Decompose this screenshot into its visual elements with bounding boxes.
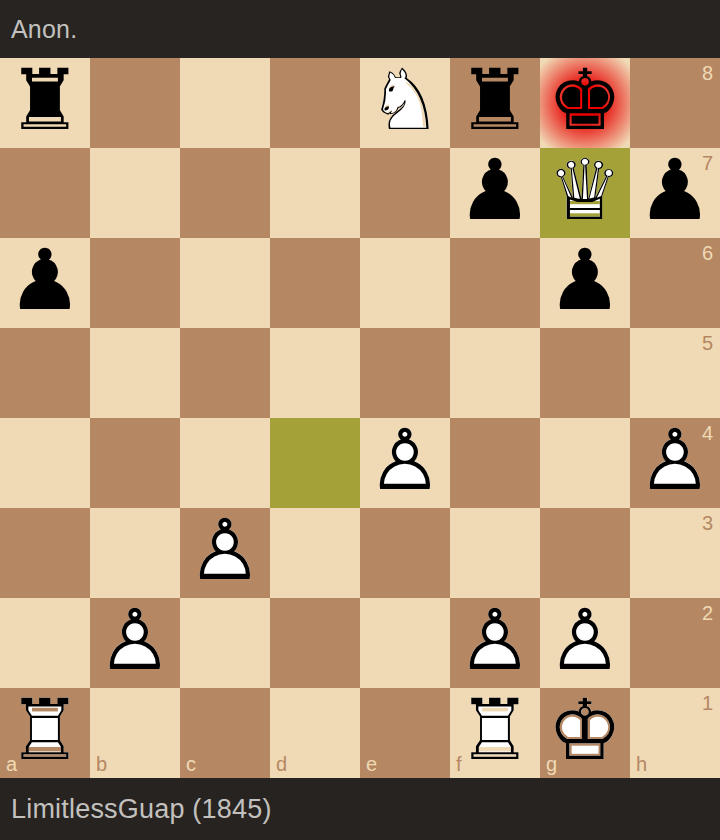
square-f4[interactable]: [450, 418, 540, 508]
square-c8[interactable]: [180, 58, 270, 148]
piece-white-pawn[interactable]: ♟♙: [630, 418, 720, 508]
square-b6[interactable]: [90, 238, 180, 328]
square-b8[interactable]: [90, 58, 180, 148]
chess-board: ♜♞♘♜♚8♟♛♕7♟♟♟65♟♙4♟♙♟♙3♟♙♟♙♟♙2a♜♖bcdef♜♖…: [0, 58, 720, 778]
square-h1[interactable]: 1h: [630, 688, 720, 778]
square-g5[interactable]: [540, 328, 630, 418]
piece-white-king[interactable]: ♚♔: [540, 688, 630, 778]
square-h3[interactable]: 3: [630, 508, 720, 598]
piece-black-rook[interactable]: ♜: [0, 58, 90, 148]
file-label-c: c: [186, 754, 196, 774]
square-f1[interactable]: f♜♖: [450, 688, 540, 778]
rank-label-8: 8: [702, 63, 713, 83]
piece-white-pawn[interactable]: ♟♙: [180, 508, 270, 598]
square-d4[interactable]: [270, 418, 360, 508]
square-e4[interactable]: ♟♙: [360, 418, 450, 508]
square-b1[interactable]: b: [90, 688, 180, 778]
square-h5[interactable]: 5: [630, 328, 720, 418]
square-c1[interactable]: c: [180, 688, 270, 778]
square-c4[interactable]: [180, 418, 270, 508]
square-e3[interactable]: [360, 508, 450, 598]
square-h6[interactable]: 6: [630, 238, 720, 328]
piece-black-king[interactable]: ♚: [540, 58, 630, 148]
square-g6[interactable]: ♟: [540, 238, 630, 328]
bottom-player-bar: LimitlessGuap (1845): [0, 778, 720, 840]
square-a2[interactable]: [0, 598, 90, 688]
square-e6[interactable]: [360, 238, 450, 328]
square-f8[interactable]: ♜: [450, 58, 540, 148]
square-f6[interactable]: [450, 238, 540, 328]
square-g4[interactable]: [540, 418, 630, 508]
square-g8[interactable]: ♚: [540, 58, 630, 148]
bottom-player-name: LimitlessGuap (1845): [11, 794, 272, 825]
square-h2[interactable]: 2: [630, 598, 720, 688]
square-b2[interactable]: ♟♙: [90, 598, 180, 688]
top-player-name: Anon.: [11, 15, 77, 44]
top-player-bar: Anon.: [0, 0, 720, 58]
square-h4[interactable]: 4♟♙: [630, 418, 720, 508]
square-d7[interactable]: [270, 148, 360, 238]
square-g1[interactable]: g♚♔: [540, 688, 630, 778]
square-h7[interactable]: 7♟: [630, 148, 720, 238]
square-c3[interactable]: ♟♙: [180, 508, 270, 598]
square-c5[interactable]: [180, 328, 270, 418]
square-g2[interactable]: ♟♙: [540, 598, 630, 688]
square-f7[interactable]: ♟: [450, 148, 540, 238]
square-a1[interactable]: a♜♖: [0, 688, 90, 778]
square-e5[interactable]: [360, 328, 450, 418]
file-label-d: d: [276, 754, 287, 774]
square-g7[interactable]: ♛♕: [540, 148, 630, 238]
piece-black-pawn[interactable]: ♟: [450, 148, 540, 238]
piece-white-queen[interactable]: ♛♕: [540, 148, 630, 238]
square-a3[interactable]: [0, 508, 90, 598]
square-c6[interactable]: [180, 238, 270, 328]
square-a7[interactable]: [0, 148, 90, 238]
piece-white-rook[interactable]: ♜♖: [0, 688, 90, 778]
piece-white-knight[interactable]: ♞♘: [360, 58, 450, 148]
square-d5[interactable]: [270, 328, 360, 418]
square-d1[interactable]: d: [270, 688, 360, 778]
square-h8[interactable]: 8: [630, 58, 720, 148]
square-f2[interactable]: ♟♙: [450, 598, 540, 688]
square-c2[interactable]: [180, 598, 270, 688]
square-a8[interactable]: ♜: [0, 58, 90, 148]
file-label-e: e: [366, 754, 377, 774]
square-a4[interactable]: [0, 418, 90, 508]
square-e8[interactable]: ♞♘: [360, 58, 450, 148]
rank-label-6: 6: [702, 243, 713, 263]
rank-label-1: 1: [702, 693, 713, 713]
piece-black-pawn[interactable]: ♟: [0, 238, 90, 328]
square-b3[interactable]: [90, 508, 180, 598]
piece-white-pawn[interactable]: ♟♙: [90, 598, 180, 688]
piece-white-rook[interactable]: ♜♖: [450, 688, 540, 778]
square-d3[interactable]: [270, 508, 360, 598]
square-e1[interactable]: e: [360, 688, 450, 778]
piece-black-rook[interactable]: ♜: [450, 58, 540, 148]
square-d6[interactable]: [270, 238, 360, 328]
square-g3[interactable]: [540, 508, 630, 598]
square-b7[interactable]: [90, 148, 180, 238]
piece-black-pawn[interactable]: ♟: [540, 238, 630, 328]
square-c7[interactable]: [180, 148, 270, 238]
square-d8[interactable]: [270, 58, 360, 148]
square-f3[interactable]: [450, 508, 540, 598]
rank-label-5: 5: [702, 333, 713, 353]
piece-white-pawn[interactable]: ♟♙: [360, 418, 450, 508]
rank-label-3: 3: [702, 513, 713, 533]
square-b5[interactable]: [90, 328, 180, 418]
square-d2[interactable]: [270, 598, 360, 688]
file-label-b: b: [96, 754, 107, 774]
piece-black-pawn[interactable]: ♟: [630, 148, 720, 238]
rank-label-2: 2: [702, 603, 713, 623]
square-a5[interactable]: [0, 328, 90, 418]
square-b4[interactable]: [90, 418, 180, 508]
square-e7[interactable]: [360, 148, 450, 238]
square-f5[interactable]: [450, 328, 540, 418]
square-e2[interactable]: [360, 598, 450, 688]
piece-white-pawn[interactable]: ♟♙: [450, 598, 540, 688]
square-a6[interactable]: ♟: [0, 238, 90, 328]
piece-white-pawn[interactable]: ♟♙: [540, 598, 630, 688]
file-label-h: h: [636, 754, 647, 774]
